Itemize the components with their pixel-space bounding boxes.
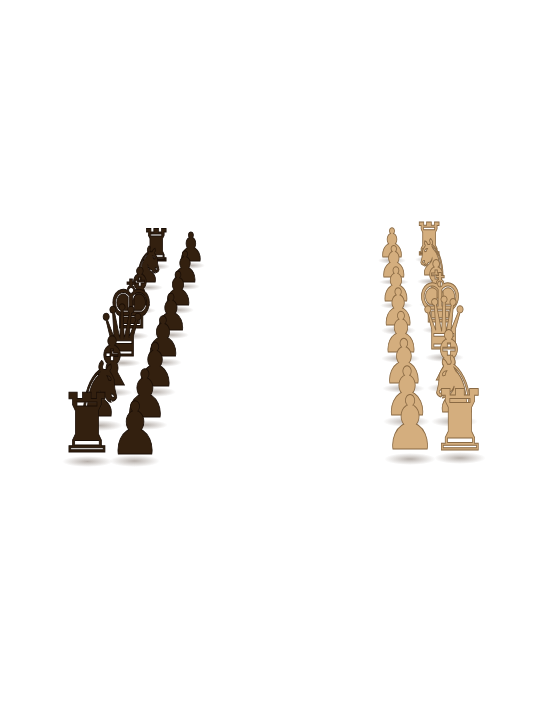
square-g8 — [129, 268, 172, 290]
piece-shadow — [114, 332, 149, 340]
square-e5 — [230, 310, 273, 336]
squares-grid — [62, 246, 281, 466]
piece-shadow — [62, 456, 113, 468]
file-label: f — [114, 301, 121, 303]
file-label: d — [93, 351, 101, 354]
file-label: h — [451, 250, 457, 252]
square-a6 — [158, 428, 213, 465]
square-f5 — [235, 287, 276, 311]
square-e3 — [336, 308, 377, 334]
square-g7 — [166, 267, 208, 289]
square-e2 — [376, 307, 419, 333]
piece-shadow — [103, 359, 141, 368]
piece-shadow — [133, 387, 175, 397]
square-b1 — [426, 391, 478, 425]
piece-black-rook-h8: ♜ — [140, 224, 171, 269]
piece-shadow — [382, 384, 425, 394]
square-a5 — [206, 427, 259, 464]
square-f3 — [337, 285, 376, 309]
square-g3 — [337, 263, 375, 286]
rank-label: 5 — [224, 471, 233, 475]
square-a7 — [110, 428, 167, 465]
piece-black-pawn-f7: ♟ — [162, 266, 195, 313]
square-e1 — [416, 307, 461, 333]
square-h8 — [137, 248, 178, 269]
square-g2 — [373, 262, 412, 285]
square-h4 — [301, 244, 337, 265]
piece-shadow — [90, 388, 132, 398]
square-e8 — [111, 313, 158, 339]
square-f8 — [120, 290, 165, 314]
square-b7 — [121, 395, 175, 429]
square-g6 — [202, 266, 243, 288]
piece-shadow — [384, 453, 436, 465]
piece-shadow — [144, 358, 183, 367]
square-b8 — [76, 396, 132, 430]
piece-white-king-e1: ♚ — [416, 265, 463, 333]
piece-shadow — [378, 257, 406, 263]
square-a3 — [335, 426, 385, 464]
board-left-panel: 88776655hgfedcba — [36, 238, 289, 482]
piece-white-knight-g1: ♞ — [415, 234, 450, 284]
piece-shadow — [434, 452, 486, 464]
file-label: b — [69, 411, 78, 415]
piece-black-king-e8: ♚ — [108, 272, 155, 339]
file-label: b — [483, 405, 491, 409]
rank-label: 8 — [78, 472, 87, 476]
piece-white-pawn-b2: ♟ — [383, 358, 430, 425]
border-pinstripe-inner — [58, 244, 285, 468]
border-pinstripe-inner — [283, 240, 492, 467]
rank-label: 7 — [194, 242, 200, 244]
piece-white-pawn-f2: ♟ — [380, 261, 413, 308]
piece-shadow — [381, 326, 417, 334]
square-a8 — [62, 429, 121, 466]
file-label: a — [55, 445, 64, 449]
square-d1 — [419, 332, 466, 361]
piece-white-rook-a1: ♜ — [431, 378, 490, 462]
square-c1 — [422, 360, 471, 391]
file-label: c — [477, 374, 485, 377]
rank-label: 4 — [305, 471, 313, 476]
piece-shadow — [162, 306, 195, 313]
file-label: h — [131, 258, 137, 260]
file-label: g — [122, 279, 129, 282]
square-b2 — [380, 392, 429, 426]
piece-black-pawn-b7: ♟ — [122, 362, 168, 428]
squares-grid — [285, 241, 485, 464]
square-f6 — [196, 288, 239, 312]
rank-label: 6 — [228, 241, 234, 243]
rank-label: 6 — [175, 472, 184, 476]
rank-label: 5 — [262, 241, 268, 243]
product-photo-stage: 88776655hgfedcba44332211hgfedcba ♜♟♟♜♞♟♟… — [0, 0, 540, 720]
square-f1 — [413, 283, 456, 307]
square-d3 — [336, 334, 379, 363]
rank-label: 8 — [160, 243, 166, 245]
square-d4 — [293, 335, 336, 364]
piece-shadow — [427, 383, 470, 393]
file-label: c — [82, 380, 90, 383]
piece-shadow — [431, 416, 478, 427]
square-d2 — [377, 333, 422, 362]
square-b3 — [335, 392, 382, 426]
square-g1 — [410, 261, 451, 284]
piece-shadow — [380, 302, 413, 310]
piece-shadow — [170, 283, 200, 290]
piece-black-pawn-h7: ♟ — [177, 228, 205, 268]
piece-shadow — [153, 331, 188, 339]
piece-shadow — [177, 262, 205, 268]
file-label: d — [471, 344, 479, 347]
square-d5 — [225, 336, 270, 364]
square-f2 — [375, 284, 416, 308]
piece-shadow — [425, 353, 464, 362]
square-c2 — [379, 361, 426, 392]
piece-shadow — [124, 307, 156, 314]
square-a2 — [382, 425, 434, 463]
piece-shadow — [417, 278, 447, 285]
piece-white-bishop-f1: ♝ — [417, 254, 454, 307]
chessboard: 88776655hgfedcba44332211hgfedcba — [33, 232, 514, 484]
rank-label: 7 — [127, 472, 136, 476]
square-a1 — [430, 425, 485, 463]
square-f7 — [158, 289, 202, 313]
file-label: g — [456, 270, 463, 273]
square-d7 — [141, 337, 189, 365]
piece-white-pawn-e2: ♟ — [381, 282, 417, 333]
piece-black-pawn-a7: ♟ — [109, 392, 160, 465]
piece-white-knight-b1: ♞ — [427, 347, 481, 425]
border-pinstripe-outer — [278, 234, 508, 477]
piece-black-bishop-f8: ♝ — [122, 261, 159, 313]
rank-label: 3 — [355, 470, 363, 475]
square-e7 — [150, 312, 196, 338]
piece-black-pawn-e7: ♟ — [153, 287, 188, 338]
piece-shadow — [379, 279, 409, 286]
square-b4 — [288, 393, 335, 427]
border-pinstripe-outer — [39, 239, 287, 479]
piece-white-bishop-c1: ♝ — [425, 322, 473, 391]
rank-label: 3 — [352, 238, 358, 240]
square-h3 — [337, 243, 373, 264]
square-h2 — [372, 242, 410, 263]
square-a4 — [285, 426, 335, 463]
file-label: e — [104, 325, 111, 328]
piece-shadow — [419, 301, 452, 309]
square-f4 — [298, 286, 337, 310]
square-d8 — [100, 338, 150, 366]
rank-label: 1 — [422, 236, 428, 238]
board-fold-hinge — [263, 236, 298, 482]
square-e6 — [190, 311, 235, 337]
piece-shadow — [109, 455, 160, 467]
rank-label: 2 — [406, 470, 415, 475]
square-h5 — [243, 246, 281, 267]
board-right-panel: 44332211hgfedcba — [276, 233, 513, 480]
piece-shadow — [383, 416, 430, 427]
piece-shadow — [381, 354, 420, 363]
piece-white-pawn-c2: ♟ — [382, 330, 425, 391]
square-c5 — [219, 364, 267, 395]
square-c8 — [89, 366, 142, 397]
piece-black-rook-a8: ♜ — [59, 383, 116, 465]
piece-black-pawn-g7: ♟ — [170, 246, 200, 289]
chess-pieces-layer: ♜♟♟♜♞♟♟♞♝♟♟♝♚♟♟♚♛♟♟♛♝♟♟♝♞♟♟♞♜♟♟♜ — [0, 0, 540, 720]
square-h1 — [408, 241, 447, 262]
file-label: e — [465, 317, 472, 320]
piece-white-pawn-g2: ♟ — [379, 241, 409, 284]
piece-white-rook-h1: ♜ — [413, 217, 445, 262]
piece-black-queen-d8: ♛ — [97, 295, 147, 366]
piece-black-knight-b8: ♞ — [74, 353, 127, 429]
square-d6 — [183, 337, 230, 365]
file-label: f — [460, 293, 467, 295]
piece-black-pawn-d7: ♟ — [144, 310, 182, 365]
square-c4 — [291, 362, 336, 393]
square-h7 — [172, 247, 212, 268]
square-b6 — [167, 395, 219, 429]
piece-black-pawn-c7: ♟ — [133, 335, 175, 395]
piece-shadow — [142, 263, 170, 269]
piece-black-bishop-c8: ♝ — [88, 328, 135, 396]
piece-shadow — [122, 420, 168, 431]
piece-white-pawn-a2: ♟ — [384, 388, 436, 463]
square-c3 — [336, 362, 381, 393]
rank-label: 4 — [318, 239, 324, 241]
piece-black-knight-g8: ♞ — [131, 241, 165, 290]
rank-label: 1 — [457, 470, 466, 475]
rank-label: 2 — [387, 237, 393, 239]
piece-shadow — [77, 420, 123, 431]
file-label: a — [490, 441, 499, 445]
piece-shadow — [133, 284, 163, 291]
square-b5 — [213, 394, 263, 428]
square-c7 — [132, 365, 183, 396]
square-h6 — [208, 247, 247, 268]
piece-white-pawn-d2: ♟ — [381, 305, 420, 361]
square-g5 — [239, 266, 279, 288]
piece-shadow — [415, 256, 443, 262]
square-e4 — [296, 309, 337, 335]
piece-shadow — [422, 326, 458, 334]
square-c6 — [175, 364, 224, 395]
piece-white-pawn-h2: ♟ — [378, 222, 406, 262]
piece-white-queen-d1: ♛ — [419, 288, 470, 361]
square-g4 — [299, 264, 337, 286]
